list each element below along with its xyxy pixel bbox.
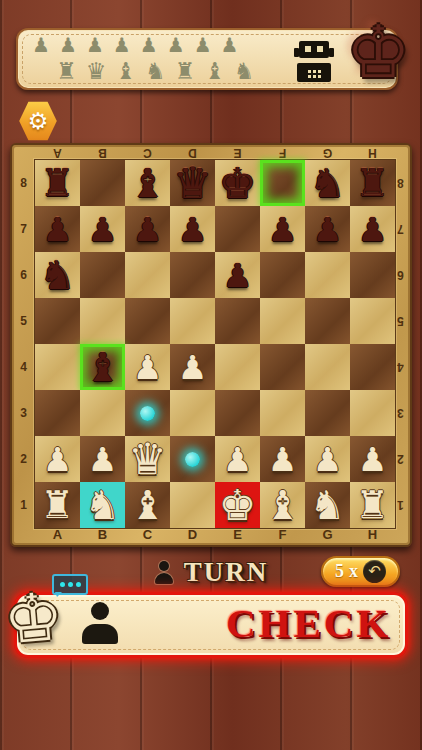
rank-label-5: 5 — [12, 298, 35, 344]
undo-times: x — [349, 561, 358, 582]
move-dot-d2[interactable] — [185, 452, 200, 467]
square-a4[interactable] — [35, 344, 80, 390]
rank-label-3: 3 — [12, 390, 35, 436]
square-f6[interactable] — [260, 252, 305, 298]
rank-labels-left: 87654321 — [12, 160, 35, 528]
silhouette-p-icon: ♟ — [221, 32, 239, 58]
square-b3[interactable] — [80, 390, 125, 436]
piece-white-p-e2[interactable]: ♟ — [215, 436, 260, 482]
square-g3[interactable] — [305, 390, 350, 436]
piece-black-r-h8[interactable]: ♜ — [350, 160, 395, 206]
square-c8[interactable]: ♝ — [125, 160, 170, 206]
file-label-c: C — [125, 145, 170, 160]
rank-label-6: 6 — [12, 252, 35, 298]
file-label-f: F — [260, 525, 305, 545]
player-person-icon — [154, 561, 174, 584]
square-e4[interactable] — [215, 344, 260, 390]
square-a7[interactable]: ♟ — [35, 206, 80, 252]
file-label-d: D — [170, 525, 215, 545]
square-a8[interactable]: ♜ — [35, 160, 80, 206]
piece-white-p-f2[interactable]: ♟ — [260, 436, 305, 482]
file-labels-bottom: ABCDEFGH — [35, 525, 395, 545]
piece-black-p-g7[interactable]: ♟ — [305, 206, 350, 252]
square-f5[interactable] — [260, 298, 305, 344]
robot-icon — [294, 38, 334, 84]
square-d5[interactable] — [170, 298, 215, 344]
square-f2[interactable]: ♟ — [260, 436, 305, 482]
gear-icon: ⚙ — [28, 110, 49, 133]
piece-white-p-g2[interactable]: ♟ — [305, 436, 350, 482]
file-label-c: C — [125, 525, 170, 545]
square-h4[interactable] — [350, 344, 395, 390]
opponent-black-king-piece: ♚ — [346, 12, 411, 92]
piece-black-p-f7[interactable]: ♟ — [260, 206, 305, 252]
square-g2[interactable]: ♟ — [305, 436, 350, 482]
captured-piece-row: ♜♛♝♞♜♝♞ — [56, 56, 254, 86]
square-g1[interactable]: ♞ — [305, 482, 350, 528]
square-c6[interactable] — [125, 252, 170, 298]
square-f8[interactable] — [260, 160, 305, 206]
silhouette-p-icon: ♟ — [59, 32, 77, 58]
piece-black-k-e8[interactable]: ♚ — [215, 160, 260, 206]
square-h8[interactable]: ♜ — [350, 160, 395, 206]
piece-black-p-b7[interactable]: ♟ — [80, 206, 125, 252]
square-c2[interactable]: ♛ — [125, 436, 170, 482]
square-h1[interactable]: ♜ — [350, 482, 395, 528]
square-b2[interactable]: ♟ — [80, 436, 125, 482]
square-f4[interactable] — [260, 344, 305, 390]
square-a6[interactable]: ♞ — [35, 252, 80, 298]
piece-black-b-b4[interactable]: ♝ — [83, 347, 122, 387]
silhouette-r-icon: ♜ — [175, 56, 196, 86]
square-b1[interactable]: ♞ — [80, 482, 125, 528]
captured-pieces-tray: ♟♟♟♟♟♟♟♟ ♜♛♝♞♜♝♞ — [16, 28, 398, 90]
settings-button[interactable]: ⚙ — [18, 100, 58, 142]
square-d6[interactable] — [170, 252, 215, 298]
square-g7[interactable]: ♟ — [305, 206, 350, 252]
piece-black-p-h7[interactable]: ♟ — [350, 206, 395, 252]
silhouette-q-icon: ♛ — [86, 56, 107, 86]
square-g5[interactable] — [305, 298, 350, 344]
piece-white-p-c4[interactable]: ♟ — [125, 344, 170, 390]
turn-label: TURN — [184, 557, 269, 588]
square-a2[interactable]: ♟ — [35, 436, 80, 482]
square-b7[interactable]: ♟ — [80, 206, 125, 252]
square-d8[interactable]: ♛ — [170, 160, 215, 206]
square-g8[interactable]: ♞ — [305, 160, 350, 206]
silhouette-r-icon: ♜ — [56, 56, 77, 86]
square-e8[interactable]: ♚ — [215, 160, 260, 206]
move-dot-c3[interactable] — [140, 406, 155, 421]
file-label-f: F — [260, 145, 305, 160]
piece-white-k-e1[interactable]: ♚ — [215, 482, 260, 528]
square-h6[interactable] — [350, 252, 395, 298]
square-h7[interactable]: ♟ — [350, 206, 395, 252]
square-c7[interactable]: ♟ — [125, 206, 170, 252]
square-d7[interactable]: ♟ — [170, 206, 215, 252]
square-d3[interactable] — [170, 390, 215, 436]
file-labels-top: ABCDEFGH — [35, 145, 395, 160]
captured-pawn-row: ♟♟♟♟♟♟♟♟ — [32, 32, 239, 58]
piece-white-b-f1[interactable]: ♝ — [260, 482, 305, 528]
square-b4[interactable]: ♝ — [80, 344, 125, 390]
square-b6[interactable] — [80, 252, 125, 298]
piece-black-p-e6[interactable]: ♟ — [215, 252, 260, 298]
file-label-a: A — [35, 145, 80, 160]
square-e3[interactable] — [215, 390, 260, 436]
piece-white-p-b2[interactable]: ♟ — [80, 436, 125, 482]
square-e2[interactable]: ♟ — [215, 436, 260, 482]
square-c3[interactable] — [125, 390, 170, 436]
square-f3[interactable] — [260, 390, 305, 436]
chat-bubble-icon[interactable] — [52, 574, 88, 595]
silhouette-n-icon: ♞ — [145, 56, 166, 86]
file-label-a: A — [35, 525, 80, 545]
silhouette-p-icon: ♟ — [86, 32, 104, 58]
piece-black-p-d7[interactable]: ♟ — [170, 206, 215, 252]
square-a3[interactable] — [35, 390, 80, 436]
square-h2[interactable]: ♟ — [350, 436, 395, 482]
board-grid: ♜♝♛♚♞♜♟♟♟♟♟♟♟♞♟♝♟♟♟♟♛♟♟♟♟♜♞♝♚♝♞♜ — [35, 160, 395, 528]
silhouette-b-icon: ♝ — [204, 56, 225, 86]
piece-white-q-c2[interactable]: ♛ — [125, 436, 170, 482]
piece-black-p-a7[interactable]: ♟ — [35, 206, 80, 252]
player-avatar — [80, 602, 120, 646]
piece-black-n-a6[interactable]: ♞ — [35, 252, 80, 298]
file-label-g: G — [305, 145, 350, 160]
silhouette-p-icon: ♟ — [32, 32, 50, 58]
square-b8[interactable] — [80, 160, 125, 206]
square-h5[interactable] — [350, 298, 395, 344]
square-c4[interactable]: ♟ — [125, 344, 170, 390]
square-b5[interactable] — [80, 298, 125, 344]
square-a1[interactable]: ♜ — [35, 482, 80, 528]
file-label-b: B — [80, 145, 125, 160]
silhouette-p-icon: ♟ — [140, 32, 158, 58]
square-g6[interactable] — [305, 252, 350, 298]
square-e6[interactable]: ♟ — [215, 252, 260, 298]
square-g4[interactable] — [305, 344, 350, 390]
square-e5[interactable] — [215, 298, 260, 344]
square-d2[interactable] — [170, 436, 215, 482]
undo-count-badge[interactable]: 5 x ↶ — [321, 556, 400, 587]
piece-white-n-g1[interactable]: ♞ — [305, 482, 350, 528]
square-e1[interactable]: ♚ — [215, 482, 260, 528]
piece-white-p-a2[interactable]: ♟ — [35, 436, 80, 482]
square-f1[interactable]: ♝ — [260, 482, 305, 528]
square-c5[interactable] — [125, 298, 170, 344]
piece-black-n-g8[interactable]: ♞ — [305, 160, 350, 206]
file-label-b: B — [80, 525, 125, 545]
silhouette-b-icon: ♝ — [115, 56, 136, 86]
rank-label-7: 7 — [12, 206, 35, 252]
check-label: CHECK — [226, 599, 391, 647]
silhouette-p-icon: ♟ — [194, 32, 212, 58]
square-d1[interactable] — [170, 482, 215, 528]
silhouette-n-icon: ♞ — [234, 56, 255, 86]
silhouette-p-icon: ♟ — [167, 32, 185, 58]
piece-white-p-h2[interactable]: ♟ — [350, 436, 395, 482]
piece-white-b-c1[interactable]: ♝ — [125, 482, 170, 528]
piece-black-q-d8[interactable]: ♛ — [170, 160, 215, 206]
square-a5[interactable] — [35, 298, 80, 344]
piece-white-p-d4[interactable]: ♟ — [170, 344, 215, 390]
chess-board: ABCDEFGH ABCDEFGH 87654321 87654321 ♜♝♛♚… — [10, 143, 412, 547]
file-label-g: G — [305, 525, 350, 545]
file-label-h: H — [350, 145, 395, 160]
square-c1[interactable]: ♝ — [125, 482, 170, 528]
piece-white-n-b1[interactable]: ♞ — [80, 482, 125, 528]
piece-white-r-h1[interactable]: ♜ — [350, 482, 395, 528]
square-h3[interactable] — [350, 390, 395, 436]
piece-black-b-c8[interactable]: ♝ — [125, 160, 170, 206]
piece-white-r-a1[interactable]: ♜ — [35, 482, 80, 528]
square-f7[interactable]: ♟ — [260, 206, 305, 252]
rank-label-1: 1 — [12, 482, 35, 528]
rank-label-2: 2 — [12, 436, 35, 482]
square-d4[interactable]: ♟ — [170, 344, 215, 390]
piece-black-p-c7[interactable]: ♟ — [125, 206, 170, 252]
silhouette-p-icon: ♟ — [113, 32, 131, 58]
undo-count: 5 — [335, 561, 344, 582]
undo-arrow-icon: ↶ — [363, 560, 386, 583]
piece-black-r-a8[interactable]: ♜ — [35, 160, 80, 206]
rank-label-4: 4 — [12, 344, 35, 390]
rank-label-8: 8 — [12, 160, 35, 206]
square-e7[interactable] — [215, 206, 260, 252]
file-label-h: H — [350, 525, 395, 545]
